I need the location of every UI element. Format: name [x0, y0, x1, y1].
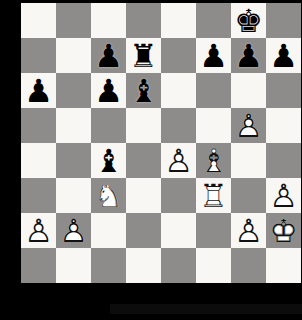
black-rook-piece: ♜ [126, 38, 161, 73]
square-g8[interactable]: ♚ [231, 3, 266, 38]
square-a3[interactable] [21, 178, 56, 213]
black-pawn-glyph: ♟ [266, 38, 301, 73]
square-b4[interactable] [56, 143, 91, 178]
black-pawn-glyph: ♟ [91, 73, 126, 108]
square-d3[interactable] [126, 178, 161, 213]
square-c6[interactable]: ♟ [91, 73, 126, 108]
square-c2[interactable] [91, 213, 126, 248]
square-b8[interactable] [56, 3, 91, 38]
square-h1[interactable] [266, 248, 301, 283]
white-bishop-piece: ♝♗ [196, 143, 231, 178]
black-pawn-piece: ♟ [231, 38, 266, 73]
square-d5[interactable] [126, 108, 161, 143]
white-pawn-outline: ♙ [231, 108, 266, 143]
square-f6[interactable] [196, 73, 231, 108]
square-e8[interactable] [161, 3, 196, 38]
square-d4[interactable] [126, 143, 161, 178]
square-d8[interactable] [126, 3, 161, 38]
square-g4[interactable] [231, 143, 266, 178]
chess-board: ♚♟♜♟♟♟♟♟♝♟♙♝♟♙♝♗♞♘♜♖♟♙♟♙♟♙♟♙♚♔ [21, 3, 301, 283]
square-e1[interactable] [161, 248, 196, 283]
square-f8[interactable] [196, 3, 231, 38]
black-pawn-piece: ♟ [196, 38, 231, 73]
square-c5[interactable] [91, 108, 126, 143]
square-e3[interactable] [161, 178, 196, 213]
square-h2[interactable]: ♚♔ [266, 213, 301, 248]
square-a6[interactable]: ♟ [21, 73, 56, 108]
square-e2[interactable] [161, 213, 196, 248]
white-knight-outline: ♘ [91, 178, 126, 213]
square-h4[interactable] [266, 143, 301, 178]
white-pawn-piece: ♟♙ [231, 108, 266, 143]
white-pawn-piece: ♟♙ [161, 143, 196, 178]
white-pawn-piece: ♟♙ [266, 178, 301, 213]
square-d1[interactable] [126, 248, 161, 283]
bottom-shadow-bar [110, 304, 302, 314]
black-rook-glyph: ♜ [126, 38, 161, 73]
square-b5[interactable] [56, 108, 91, 143]
square-g7[interactable]: ♟ [231, 38, 266, 73]
square-f1[interactable] [196, 248, 231, 283]
square-e4[interactable]: ♟♙ [161, 143, 196, 178]
square-f3[interactable]: ♜♖ [196, 178, 231, 213]
square-g2[interactable]: ♟♙ [231, 213, 266, 248]
black-king-piece: ♚ [231, 3, 266, 38]
square-d6[interactable]: ♝ [126, 73, 161, 108]
white-king-piece: ♚♔ [266, 213, 301, 248]
square-a5[interactable] [21, 108, 56, 143]
square-a2[interactable]: ♟♙ [21, 213, 56, 248]
square-c7[interactable]: ♟ [91, 38, 126, 73]
white-pawn-outline: ♙ [231, 213, 266, 248]
black-pawn-glyph: ♟ [91, 38, 126, 73]
square-h6[interactable] [266, 73, 301, 108]
square-b2[interactable]: ♟♙ [56, 213, 91, 248]
black-king-glyph: ♚ [231, 3, 266, 38]
black-pawn-piece: ♟ [91, 38, 126, 73]
square-b6[interactable] [56, 73, 91, 108]
white-rook-piece: ♜♖ [196, 178, 231, 213]
square-c4[interactable]: ♝ [91, 143, 126, 178]
square-c8[interactable] [91, 3, 126, 38]
square-b7[interactable] [56, 38, 91, 73]
black-pawn-glyph: ♟ [196, 38, 231, 73]
square-h3[interactable]: ♟♙ [266, 178, 301, 213]
black-pawn-piece: ♟ [266, 38, 301, 73]
square-h8[interactable] [266, 3, 301, 38]
square-g5[interactable]: ♟♙ [231, 108, 266, 143]
white-pawn-outline: ♙ [21, 213, 56, 248]
square-c3[interactable]: ♞♘ [91, 178, 126, 213]
square-a8[interactable] [21, 3, 56, 38]
white-pawn-piece: ♟♙ [231, 213, 266, 248]
square-a4[interactable] [21, 143, 56, 178]
black-pawn-glyph: ♟ [21, 73, 56, 108]
square-h5[interactable] [266, 108, 301, 143]
chess-app-canvas: ♚♟♜♟♟♟♟♟♝♟♙♝♟♙♝♗♞♘♜♖♟♙♟♙♟♙♟♙♚♔ [0, 0, 302, 320]
square-e7[interactable] [161, 38, 196, 73]
square-f5[interactable] [196, 108, 231, 143]
black-bishop-glyph: ♝ [91, 143, 126, 178]
black-pawn-glyph: ♟ [231, 38, 266, 73]
white-rook-outline: ♖ [196, 178, 231, 213]
white-king-outline: ♔ [266, 213, 301, 248]
white-pawn-piece: ♟♙ [56, 213, 91, 248]
black-pawn-piece: ♟ [91, 73, 126, 108]
black-pawn-piece: ♟ [21, 73, 56, 108]
square-g3[interactable] [231, 178, 266, 213]
black-bishop-glyph: ♝ [126, 73, 161, 108]
white-pawn-piece: ♟♙ [21, 213, 56, 248]
square-f2[interactable] [196, 213, 231, 248]
square-e6[interactable] [161, 73, 196, 108]
square-h7[interactable]: ♟ [266, 38, 301, 73]
square-d7[interactable]: ♜ [126, 38, 161, 73]
white-bishop-outline: ♗ [196, 143, 231, 178]
square-a7[interactable] [21, 38, 56, 73]
black-bishop-piece: ♝ [91, 143, 126, 178]
square-g1[interactable] [231, 248, 266, 283]
square-c1[interactable] [91, 248, 126, 283]
white-pawn-outline: ♙ [266, 178, 301, 213]
square-d2[interactable] [126, 213, 161, 248]
square-f4[interactable]: ♝♗ [196, 143, 231, 178]
square-b3[interactable] [56, 178, 91, 213]
white-pawn-outline: ♙ [56, 213, 91, 248]
white-knight-piece: ♞♘ [91, 178, 126, 213]
square-f7[interactable]: ♟ [196, 38, 231, 73]
black-bishop-piece: ♝ [126, 73, 161, 108]
square-g6[interactable] [231, 73, 266, 108]
square-b1[interactable] [56, 248, 91, 283]
square-e5[interactable] [161, 108, 196, 143]
square-a1[interactable] [21, 248, 56, 283]
white-pawn-outline: ♙ [161, 143, 196, 178]
